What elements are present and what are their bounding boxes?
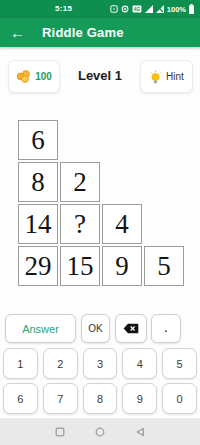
backspace-button[interactable] bbox=[115, 314, 147, 343]
puzzle-cell-r2c2: 2 bbox=[60, 162, 100, 202]
puzzle-cell-r4c2: 15 bbox=[60, 246, 100, 286]
clock: 5:15 bbox=[55, 4, 72, 13]
status-bar: 5:15 4G 100% bbox=[0, 0, 200, 18]
signal-sim2-icon bbox=[156, 5, 164, 13]
home-circle-icon[interactable] bbox=[95, 427, 105, 437]
ok-button[interactable]: OK bbox=[81, 314, 110, 343]
puzzle-cell-r2c1: 8 bbox=[18, 162, 58, 202]
back-triangle-icon[interactable] bbox=[135, 427, 145, 437]
hint-button[interactable]: Hint bbox=[140, 60, 193, 93]
phone-screen: 5:15 4G 100% bbox=[0, 0, 200, 445]
puzzle-cell-r4c4: 5 bbox=[144, 246, 184, 286]
battery-percentage: 100% bbox=[167, 5, 186, 14]
puzzle-grid: 6 8 2 14 ? 4 29 15 9 5 bbox=[18, 120, 184, 286]
puzzle-cell-r3c2-unknown: ? bbox=[60, 204, 100, 244]
key-5[interactable]: 5 bbox=[162, 348, 197, 379]
puzzle-cell-r4c3: 9 bbox=[102, 246, 142, 286]
hint-label: Hint bbox=[166, 71, 184, 82]
puzzle-cell-r3c1: 14 bbox=[18, 204, 58, 244]
key-6[interactable]: 6 bbox=[3, 383, 38, 414]
battery-icon bbox=[189, 4, 194, 14]
key-8[interactable]: 8 bbox=[83, 383, 118, 414]
key-4[interactable]: 4 bbox=[122, 348, 157, 379]
screen-record-icon bbox=[110, 5, 118, 13]
back-arrow-icon[interactable]: ← bbox=[10, 25, 25, 40]
data-saver-icon bbox=[121, 5, 129, 13]
key-7[interactable]: 7 bbox=[43, 383, 78, 414]
android-nav-bar bbox=[0, 418, 200, 445]
key-3[interactable]: 3 bbox=[83, 348, 118, 379]
lightbulb-icon bbox=[149, 70, 162, 84]
key-9[interactable]: 9 bbox=[122, 383, 157, 414]
keypad-row-2: 6 7 8 9 0 bbox=[0, 383, 200, 414]
puzzle-cell-r1c1: 6 bbox=[18, 120, 58, 160]
recents-square-icon[interactable] bbox=[55, 427, 65, 437]
key-1[interactable]: 1 bbox=[3, 348, 38, 379]
decimal-point-button[interactable]: . bbox=[151, 314, 181, 343]
status-icons: 4G 100% bbox=[110, 0, 194, 18]
puzzle-cell-r3c3: 4 bbox=[102, 204, 142, 244]
svg-text:4G: 4G bbox=[134, 7, 141, 12]
key-2[interactable]: 2 bbox=[43, 348, 78, 379]
key-0[interactable]: 0 bbox=[162, 383, 197, 414]
signal-sim1-icon bbox=[145, 5, 153, 13]
puzzle-cell-r4c1: 29 bbox=[18, 246, 58, 286]
page-title: Riddle Game bbox=[42, 25, 124, 40]
answer-input[interactable]: Answer bbox=[5, 314, 76, 343]
keypad-row-1: 1 2 3 4 5 bbox=[0, 348, 200, 379]
volte-icon: 4G bbox=[132, 5, 142, 13]
app-bar: ← Riddle Game bbox=[0, 18, 200, 47]
backspace-icon bbox=[123, 323, 139, 334]
